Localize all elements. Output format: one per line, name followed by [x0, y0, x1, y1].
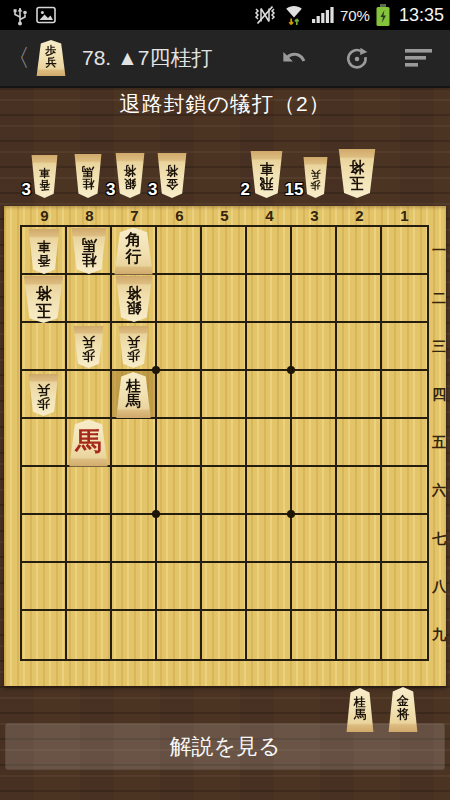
shogi-board: 香車桂馬角行玉将銀将歩兵歩兵歩兵桂馬馬 987654321一二三四五六七八九	[4, 206, 446, 686]
cell-6-8[interactable]	[157, 563, 202, 611]
cell-4-9[interactable]	[247, 611, 292, 659]
cell-2-7[interactable]	[337, 515, 382, 563]
cell-2-9[interactable]	[337, 611, 382, 659]
cell-5-8[interactable]	[202, 563, 247, 611]
cell-4-4[interactable]	[247, 371, 292, 419]
cell-5-9[interactable]	[202, 611, 247, 659]
cell-6-1[interactable]	[157, 227, 202, 275]
file-label-5: 5	[210, 207, 240, 224]
file-label-1: 1	[390, 207, 420, 224]
cell-1-1[interactable]	[382, 227, 427, 275]
cell-1-3[interactable]	[382, 323, 427, 371]
cell-7-7[interactable]	[112, 515, 157, 563]
cell-1-9[interactable]	[382, 611, 427, 659]
cell-1-6[interactable]	[382, 467, 427, 515]
cell-4-7[interactable]	[247, 515, 292, 563]
cell-5-2[interactable]	[202, 275, 247, 323]
cell-6-6[interactable]	[157, 467, 202, 515]
file-label-7: 7	[120, 207, 150, 224]
cell-5-6[interactable]	[202, 467, 247, 515]
cell-4-1[interactable]	[247, 227, 292, 275]
cell-7-9[interactable]	[112, 611, 157, 659]
clock: 13:35	[399, 5, 444, 26]
cell-6-3[interactable]	[157, 323, 202, 371]
problem-title: 退路封鎖の犠打（2）	[0, 90, 450, 118]
cell-8-2[interactable]	[67, 275, 112, 323]
app-icon: 歩兵	[36, 40, 66, 76]
commentary-button[interactable]: 解説を見る	[5, 723, 445, 770]
status-icons-left	[0, 4, 56, 26]
screen: 70% 13:35 〈 歩兵 78. ▲7四桂打	[0, 0, 450, 800]
star-point	[287, 366, 295, 374]
menu-button[interactable]	[388, 29, 450, 87]
cell-2-1[interactable]	[337, 227, 382, 275]
file-label-8: 8	[75, 207, 105, 224]
cell-4-2[interactable]	[247, 275, 292, 323]
cell-3-4[interactable]	[292, 371, 337, 419]
gote-hand-count-rook: 2	[241, 180, 250, 200]
file-label-6: 6	[165, 207, 195, 224]
cell-5-5[interactable]	[202, 419, 247, 467]
gote-hand-count-silver: 3	[106, 180, 115, 200]
undo-icon	[281, 46, 309, 70]
toolbar-actions	[264, 29, 450, 87]
rank-label-7: 七	[432, 530, 446, 548]
wifi-icon	[282, 4, 306, 26]
rank-label-5: 五	[432, 434, 446, 452]
signal-icon	[311, 5, 335, 25]
cell-2-3[interactable]	[337, 323, 382, 371]
gallery-icon	[36, 6, 56, 24]
gote-hand-count-gold: 3	[148, 180, 157, 200]
cell-5-7[interactable]	[202, 515, 247, 563]
file-label-3: 3	[300, 207, 330, 224]
cell-9-7[interactable]	[22, 515, 67, 563]
cell-6-2[interactable]	[157, 275, 202, 323]
cell-5-3[interactable]	[202, 323, 247, 371]
star-point	[287, 510, 295, 518]
cell-4-5[interactable]	[247, 419, 292, 467]
cell-6-4[interactable]	[157, 371, 202, 419]
undo-button[interactable]	[264, 29, 326, 87]
cell-2-6[interactable]	[337, 467, 382, 515]
app-icon-piece-text: 歩兵	[36, 40, 66, 73]
gote-hand-count-pawn: 15	[285, 180, 304, 200]
cell-7-5[interactable]	[112, 419, 157, 467]
rank-label-1: 一	[432, 242, 446, 260]
cell-3-3[interactable]	[292, 323, 337, 371]
cell-2-8[interactable]	[337, 563, 382, 611]
cell-6-9[interactable]	[157, 611, 202, 659]
cell-8-8[interactable]	[67, 563, 112, 611]
cell-1-2[interactable]	[382, 275, 427, 323]
file-label-9: 9	[30, 207, 60, 224]
star-point	[152, 366, 160, 374]
cell-1-4[interactable]	[382, 371, 427, 419]
cell-4-3[interactable]	[247, 323, 292, 371]
usb-icon	[12, 4, 28, 26]
board-grid: 香車桂馬角行玉将銀将歩兵歩兵歩兵桂馬馬	[20, 225, 429, 661]
status-bar: 70% 13:35	[0, 0, 450, 30]
cell-8-4[interactable]	[67, 371, 112, 419]
rank-label-2: 二	[432, 290, 446, 308]
cell-3-8[interactable]	[292, 563, 337, 611]
cell-8-7[interactable]	[67, 515, 112, 563]
back-button[interactable]: 〈	[0, 29, 34, 87]
cell-3-6[interactable]	[292, 467, 337, 515]
battery-percent: 70%	[340, 7, 370, 24]
cell-5-1[interactable]	[202, 227, 247, 275]
cell-4-6[interactable]	[247, 467, 292, 515]
rank-label-3: 三	[432, 338, 446, 356]
cell-4-8[interactable]	[247, 563, 292, 611]
cell-3-5[interactable]	[292, 419, 337, 467]
rank-label-6: 六	[432, 482, 446, 500]
toolbar: 〈 歩兵 78. ▲7四桂打	[0, 30, 450, 88]
file-label-2: 2	[345, 207, 375, 224]
cell-3-7[interactable]	[292, 515, 337, 563]
gote-hand-count-lance: 3	[22, 180, 31, 200]
rank-label-8: 八	[432, 578, 446, 596]
cell-6-7[interactable]	[157, 515, 202, 563]
status-icons-right: 70% 13:35	[253, 3, 450, 27]
star-point	[152, 510, 160, 518]
cell-1-7[interactable]	[382, 515, 427, 563]
cell-7-8[interactable]	[112, 563, 157, 611]
cell-8-6[interactable]	[67, 467, 112, 515]
cell-9-9[interactable]	[22, 611, 67, 659]
mute-vibrate-icon	[253, 4, 277, 26]
rank-label-9: 九	[432, 626, 446, 644]
cell-2-2[interactable]	[337, 275, 382, 323]
cell-9-5[interactable]	[22, 419, 67, 467]
cell-5-4[interactable]	[202, 371, 247, 419]
battery-icon	[375, 3, 391, 27]
cell-1-5[interactable]	[382, 419, 427, 467]
cell-2-4[interactable]	[337, 371, 382, 419]
cell-9-8[interactable]	[22, 563, 67, 611]
cell-3-9[interactable]	[292, 611, 337, 659]
cell-3-1[interactable]	[292, 227, 337, 275]
cell-6-5[interactable]	[157, 419, 202, 467]
cell-1-8[interactable]	[382, 563, 427, 611]
redo-button[interactable]	[326, 29, 388, 87]
menu-icon	[404, 47, 434, 69]
move-counter: 78. ▲7四桂打	[82, 44, 213, 72]
cell-3-2[interactable]	[292, 275, 337, 323]
cell-9-6[interactable]	[22, 467, 67, 515]
cell-2-5[interactable]	[337, 419, 382, 467]
redo-icon	[344, 45, 370, 71]
cell-9-3[interactable]	[22, 323, 67, 371]
rank-label-4: 四	[432, 386, 446, 404]
file-label-4: 4	[255, 207, 285, 224]
cell-7-6[interactable]	[112, 467, 157, 515]
cell-8-9[interactable]	[67, 611, 112, 659]
